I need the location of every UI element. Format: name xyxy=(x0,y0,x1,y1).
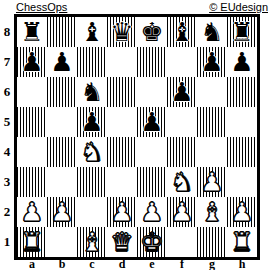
square-h5[interactable] xyxy=(227,107,257,137)
rank-labels: 87654321 xyxy=(0,17,14,257)
square-b6[interactable] xyxy=(47,77,77,107)
square-e6[interactable] xyxy=(137,77,167,107)
square-f1[interactable] xyxy=(167,227,197,257)
black-queen: ♛ xyxy=(107,17,137,47)
square-g3[interactable]: ♟ xyxy=(197,167,227,197)
square-f5[interactable] xyxy=(167,107,197,137)
square-e5[interactable]: ♟ xyxy=(137,107,167,137)
black-pawn: ♟ xyxy=(47,47,77,77)
square-g4[interactable] xyxy=(197,137,227,167)
square-b2[interactable]: ♟ xyxy=(47,197,77,227)
rank-label-8: 8 xyxy=(0,17,14,47)
square-h7[interactable]: ♟ xyxy=(227,47,257,77)
square-f8[interactable]: ♝ xyxy=(167,17,197,47)
file-labels: abcdefgh xyxy=(17,259,257,270)
white-queen: ♛ xyxy=(107,227,137,257)
white-pawn: ♟ xyxy=(17,197,47,227)
black-bishop: ♝ xyxy=(77,17,107,47)
app-title-link[interactable]: ChessOps xyxy=(16,1,67,13)
file-label-h: h xyxy=(227,259,257,270)
file-label-c: c xyxy=(77,259,107,270)
white-pawn: ♟ xyxy=(137,197,167,227)
square-d5[interactable] xyxy=(107,107,137,137)
square-f2[interactable]: ♟ xyxy=(167,197,197,227)
black-rook: ♜ xyxy=(17,17,47,47)
white-bishop: ♝ xyxy=(197,197,227,227)
square-a6[interactable] xyxy=(17,77,47,107)
square-a3[interactable] xyxy=(17,167,47,197)
square-e1[interactable]: ♚ xyxy=(137,227,167,257)
square-b8[interactable] xyxy=(47,17,77,47)
square-f6[interactable]: ♟ xyxy=(167,77,197,107)
square-e8[interactable]: ♚ xyxy=(137,17,167,47)
file-label-f: f xyxy=(167,259,197,270)
square-g5[interactable] xyxy=(197,107,227,137)
square-g2[interactable]: ♝ xyxy=(197,197,227,227)
square-g1[interactable] xyxy=(197,227,227,257)
rank-label-1: 1 xyxy=(0,227,14,257)
square-e3[interactable] xyxy=(137,167,167,197)
white-pawn: ♟ xyxy=(197,167,227,197)
rank-label-2: 2 xyxy=(0,197,14,227)
white-bishop: ♝ xyxy=(77,227,107,257)
header: ChessOps © EUdesign xyxy=(0,0,270,14)
square-c8[interactable]: ♝ xyxy=(77,17,107,47)
square-c4[interactable]: ♞ xyxy=(77,137,107,167)
square-a4[interactable] xyxy=(17,137,47,167)
file-label-d: d xyxy=(107,259,137,270)
white-king: ♚ xyxy=(137,227,167,257)
square-f7[interactable] xyxy=(167,47,197,77)
square-a2[interactable]: ♟ xyxy=(17,197,47,227)
black-pawn: ♟ xyxy=(77,107,107,137)
square-c5[interactable]: ♟ xyxy=(77,107,107,137)
square-a7[interactable]: ♟ xyxy=(17,47,47,77)
square-f3[interactable]: ♞ xyxy=(167,167,197,197)
square-d6[interactable] xyxy=(107,77,137,107)
black-pawn: ♟ xyxy=(197,47,227,77)
rank-label-5: 5 xyxy=(0,107,14,137)
square-c3[interactable] xyxy=(77,167,107,197)
black-king: ♚ xyxy=(137,17,167,47)
rank-label-6: 6 xyxy=(0,77,14,107)
square-h2[interactable]: ♟ xyxy=(227,197,257,227)
white-pawn: ♟ xyxy=(227,197,257,227)
square-h8[interactable]: ♜ xyxy=(227,17,257,47)
square-c6[interactable]: ♞ xyxy=(77,77,107,107)
square-h6[interactable] xyxy=(227,77,257,107)
square-g7[interactable]: ♟ xyxy=(197,47,227,77)
black-rook: ♜ xyxy=(227,17,257,47)
black-pawn: ♟ xyxy=(137,107,167,137)
black-pawn: ♟ xyxy=(17,47,47,77)
file-label-g: g xyxy=(197,259,227,270)
square-b3[interactable] xyxy=(47,167,77,197)
square-g8[interactable]: ♞ xyxy=(197,17,227,47)
square-c2[interactable] xyxy=(77,197,107,227)
black-knight: ♞ xyxy=(197,17,227,47)
white-pawn: ♟ xyxy=(167,197,197,227)
black-bishop: ♝ xyxy=(167,17,197,47)
square-h4[interactable] xyxy=(227,137,257,167)
rank-label-3: 3 xyxy=(0,167,14,197)
square-e2[interactable]: ♟ xyxy=(137,197,167,227)
file-label-b: b xyxy=(47,259,77,270)
square-e7[interactable] xyxy=(137,47,167,77)
rank-label-4: 4 xyxy=(0,137,14,167)
square-e4[interactable] xyxy=(137,137,167,167)
file-label-e: e xyxy=(137,259,167,270)
square-b1[interactable] xyxy=(47,227,77,257)
black-pawn: ♟ xyxy=(167,77,197,107)
white-knight: ♞ xyxy=(167,167,197,197)
square-a5[interactable] xyxy=(17,107,47,137)
square-a1[interactable]: ♜ xyxy=(17,227,47,257)
white-knight: ♞ xyxy=(77,137,107,167)
square-h1[interactable]: ♜ xyxy=(227,227,257,257)
square-c7[interactable] xyxy=(77,47,107,77)
square-a8[interactable]: ♜ xyxy=(17,17,47,47)
file-label-a: a xyxy=(17,259,47,270)
copyright-link[interactable]: © EUdesign xyxy=(209,1,268,13)
white-rook: ♜ xyxy=(227,227,257,257)
square-d2[interactable]: ♟ xyxy=(107,197,137,227)
white-rook: ♜ xyxy=(17,227,47,257)
square-b5[interactable] xyxy=(47,107,77,137)
square-h3[interactable] xyxy=(227,167,257,197)
square-b4[interactable] xyxy=(47,137,77,167)
black-pawn: ♟ xyxy=(227,47,257,77)
square-d7[interactable] xyxy=(107,47,137,77)
square-b7[interactable]: ♟ xyxy=(47,47,77,77)
square-g6[interactable] xyxy=(197,77,227,107)
chess-board: ♜♝♛♚♝♞♜♟♟♟♟♞♟♟♟♞♞♟♟♟♟♟♟♝♟♜♝♛♚♜ xyxy=(14,14,260,260)
square-c1[interactable]: ♝ xyxy=(77,227,107,257)
square-f4[interactable] xyxy=(167,137,197,167)
square-d8[interactable]: ♛ xyxy=(107,17,137,47)
black-knight: ♞ xyxy=(77,77,107,107)
white-pawn: ♟ xyxy=(47,197,77,227)
rank-label-7: 7 xyxy=(0,47,14,77)
square-d4[interactable] xyxy=(107,137,137,167)
white-pawn: ♟ xyxy=(107,197,137,227)
square-d1[interactable]: ♛ xyxy=(107,227,137,257)
square-d3[interactable] xyxy=(107,167,137,197)
chessops-diagram: ChessOps © EUdesign 87654321 ♜♝♛♚♝♞♜♟♟♟♟… xyxy=(0,0,270,270)
